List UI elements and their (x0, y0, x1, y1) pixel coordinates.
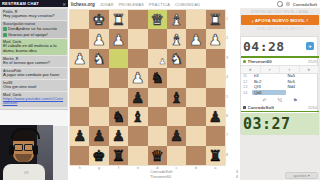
microphone-icon (24, 171, 29, 174)
close-icon[interactable]: ✕ (62, 1, 66, 8)
black-queen[interactable]: ♛ (150, 147, 163, 162)
square-g8[interactable]: ♚ (89, 146, 108, 165)
move[interactable]: Nd4 (286, 84, 320, 89)
square-h3[interactable]: ♟ (70, 49, 89, 68)
game-actions: ↶ ½ ⚑ (241, 96, 319, 103)
player-name[interactable]: ConradoSoft (248, 105, 307, 110)
white-pawn[interactable]: ♟ (189, 31, 202, 46)
square-e1[interactable] (128, 10, 147, 29)
nav-item-play[interactable]: JUGAR (100, 3, 114, 7)
square-b6[interactable] (186, 107, 205, 126)
chat-message-list[interactable]: Pablo_RHoy jugamos muy creativo?Suscripc… (0, 8, 68, 108)
square-g2[interactable]: ♟ (89, 29, 108, 48)
square-g6[interactable] (89, 107, 108, 126)
square-e6[interactable]: ♝ (128, 107, 147, 126)
player-row[interactable]: ConradoSoft 2050 (241, 104, 319, 111)
glasses (14, 144, 33, 149)
square-g5[interactable] (89, 88, 108, 107)
chat-message: leo99Otro gm otro nivel (1, 80, 67, 91)
square-d3[interactable]: ♟ (148, 49, 167, 68)
square-c3[interactable]: ♞ (167, 49, 186, 68)
move[interactable]: Bc2 (252, 79, 286, 84)
chat-text: Otro gm otro nivel (3, 85, 65, 90)
square-c2[interactable]: ♝ (167, 29, 186, 48)
square-a7[interactable] (206, 126, 225, 145)
square-h4[interactable] (70, 68, 89, 87)
square-a1[interactable]: ♜ (206, 10, 225, 29)
square-h5[interactable] (70, 88, 89, 107)
square-h8[interactable] (70, 146, 89, 165)
move[interactable]: h3 (252, 73, 286, 78)
black-pawn[interactable]: ♟ (73, 128, 86, 143)
chat-message: ArturoFideA jugar otro combate por favor (1, 68, 67, 79)
square-b2[interactable]: ♟ (186, 29, 205, 48)
rank-coordinates: 12345678 (226, 10, 232, 165)
square-c7[interactable]: ♟ (167, 126, 186, 145)
black-bishop[interactable]: ♝ (131, 109, 144, 124)
square-d4[interactable]: ♞ (148, 68, 167, 87)
move-selected[interactable]: Qd1 (252, 90, 286, 95)
black-pawn[interactable]: ♟ (131, 89, 144, 104)
move-row: 12 Bc2 Nc6 (241, 79, 319, 85)
square-g7[interactable]: ♟ (89, 126, 108, 145)
square-b7[interactable] (186, 126, 205, 145)
sub-badge-icon (3, 33, 7, 37)
move[interactable]: Na5 (286, 73, 320, 78)
move[interactable]: Qf3 (252, 84, 286, 89)
search-icon[interactable] (277, 1, 283, 7)
nav-item-puzzles[interactable]: PROBLEMAS (119, 3, 144, 7)
square-f5[interactable] (109, 88, 128, 107)
square-e5[interactable]: ♟ (128, 88, 147, 107)
square-h2[interactable] (70, 29, 89, 48)
opponent-clock: 04:28 (243, 39, 285, 54)
stream-screenshot: RESTREAM CHAT ✕ Pablo_RHoy jugamos muy c… (0, 0, 320, 180)
square-c5[interactable]: ♝ (167, 88, 186, 107)
account-topbar: ConradoSoft (240, 0, 320, 8)
nav-prev-button[interactable]: ‹ (261, 66, 281, 73)
chat-text: A jugar otro combate por favor (3, 73, 65, 78)
move-list[interactable]: 11 h3 Na5 12 Bc2 Nc6 13 Qf3 Nd4 14 Qd1 (241, 73, 319, 95)
square-f7[interactable]: ♟ (109, 126, 128, 145)
chess-board[interactable]: ♚♜♛♝♜♟♟♝♟♟♟♞♟♞♟♞♟♝♞♝♟♟♟♟♟♚♜♛♜ (70, 10, 225, 165)
black-pawn[interactable]: ♟ (112, 128, 125, 143)
notifications-icon[interactable] (286, 2, 290, 6)
square-h7[interactable]: ♟ (70, 126, 89, 145)
white-pawn[interactable]: ♟ (73, 50, 86, 65)
black-rook[interactable]: ♜ (209, 147, 222, 162)
black-pawn[interactable]: ♟ (92, 128, 105, 143)
give-more-time-button[interactable]: + (306, 42, 314, 50)
square-d8[interactable]: ♛ (148, 146, 167, 165)
white-bishop[interactable]: ♝ (170, 31, 183, 46)
square-e3[interactable] (128, 49, 147, 68)
white-king[interactable]: ♚ (92, 12, 105, 27)
square-d2[interactable] (148, 29, 167, 48)
promo-text-below: GRACIAS POR EL APOYO (242, 27, 318, 31)
white-rook[interactable]: ♜ (209, 12, 222, 27)
nav-first-button[interactable]: « (241, 66, 261, 73)
nav-next-button[interactable]: › (280, 66, 300, 73)
square-f6[interactable]: ♞ (109, 107, 128, 126)
square-d6[interactable] (148, 107, 167, 126)
black-knight[interactable]: ♞ (112, 109, 125, 124)
online-dot-icon (243, 60, 246, 63)
crosstable-row: Thevenet60 4 (150, 174, 238, 179)
nav-last-button[interactable]: » (300, 66, 320, 73)
player-clock-active: 03:27 (241, 113, 319, 135)
chat-text: En el torneo que comen? (3, 61, 65, 66)
chat-text: Hoy jugamos muy creativo? (3, 14, 65, 19)
black-rook[interactable]: ♜ (112, 147, 125, 162)
square-c8[interactable] (167, 146, 186, 165)
square-d7[interactable] (148, 126, 167, 145)
draw-offer-icon[interactable]: ½ (278, 97, 282, 103)
square-e4[interactable]: ♟ (128, 68, 147, 87)
notes-toggle[interactable]: apuntes ▾ (285, 172, 318, 179)
chat-message: Mod_Carlahttps://www.youtube.com/c/Conra… (1, 92, 67, 108)
chat-message: Martin_REn el torneo que comen? (1, 56, 67, 67)
logged-in-username[interactable]: ConradoSoft (293, 2, 317, 7)
resign-flag-icon[interactable]: ⚑ (293, 97, 297, 103)
square-f1[interactable]: ♜ (109, 10, 128, 29)
square-b8[interactable] (186, 146, 205, 165)
nav-item-community[interactable]: COMUNIDAD (175, 3, 200, 7)
promo-banner[interactable]: ¡ APOYA NUEVO MOVIL ! (241, 15, 319, 25)
square-b1[interactable] (186, 10, 205, 29)
white-rook[interactable]: ♜ (112, 12, 125, 27)
move-row: 13 Qf3 Nd4 (241, 84, 319, 90)
chat-header[interactable]: RESTREAM CHAT ✕ (0, 0, 68, 7)
black-king[interactable]: ♚ (92, 147, 105, 162)
square-c6[interactable] (167, 107, 186, 126)
square-f4[interactable] (109, 68, 128, 87)
square-h1[interactable] (70, 10, 89, 29)
square-d1[interactable]: ♛ (148, 10, 167, 29)
drag-cursor-icon: ♟ (159, 57, 166, 66)
white-queen[interactable]: ♛ (150, 12, 163, 27)
square-e2[interactable] (128, 29, 147, 48)
chat-link[interactable]: https://www.youtube.com/c/ConradoSoft (3, 97, 65, 107)
opponent-row[interactable]: Thevenet60 2525 (241, 58, 319, 65)
white-bishop[interactable]: ♝ (170, 12, 183, 27)
chat-message: Mod_CarlaEl caballo en d4 molesta a la d… (1, 39, 67, 55)
square-g3[interactable]: ♞ (89, 49, 108, 68)
move-row: 11 h3 Na5 (241, 73, 319, 79)
square-f8[interactable]: ♜ (109, 146, 128, 165)
nav-item-practice[interactable]: PRÁCTICA (149, 3, 170, 7)
headphones-band (11, 128, 40, 139)
player-flair-icon (243, 106, 246, 109)
white-pawn[interactable]: ♟ (131, 70, 144, 85)
square-f3[interactable] (109, 49, 128, 68)
square-b4[interactable] (186, 68, 205, 87)
square-c4[interactable] (167, 68, 186, 87)
white-pawn[interactable]: ♟ (209, 31, 222, 46)
sub-badge-icon (3, 27, 7, 31)
white-knight[interactable]: ♞ (170, 50, 183, 65)
player-rating: 2050 (308, 105, 317, 110)
square-g1[interactable]: ♚ (89, 10, 108, 29)
black-pawn[interactable]: ♟ (209, 109, 222, 124)
site-logo[interactable]: lichess.org (71, 2, 95, 7)
square-a4[interactable] (206, 68, 225, 87)
square-b5[interactable] (186, 88, 205, 107)
square-e7[interactable] (128, 126, 147, 145)
black-pawn[interactable]: ♟ (170, 128, 183, 143)
game-side-card: 04:28 + Thevenet60 2525 « ‹ › » 11 h3 Na… (240, 36, 318, 134)
square-c1[interactable]: ♝ (167, 10, 186, 29)
move-row: 14 Qd1 (241, 90, 319, 96)
square-h6[interactable] (70, 107, 89, 126)
promo-text-above: SORTEO ACTIVO EN EL CANAL (242, 10, 318, 14)
chat-message: Suscripción nuevaDonAjedrez se ha suscri… (1, 21, 67, 39)
site-navbar: lichess.org JUGAR PROBLEMAS PRÁCTICA COM… (68, 0, 243, 9)
chat-header-title: RESTREAM CHAT (2, 1, 39, 6)
square-a5[interactable] (206, 88, 225, 107)
webcam (0, 125, 53, 180)
square-g4[interactable] (89, 68, 108, 87)
square-a3[interactable] (206, 49, 225, 68)
opponent-rating: 2525 (308, 59, 317, 64)
square-a2[interactable]: ♟ (206, 29, 225, 48)
square-a6[interactable]: ♟ (206, 107, 225, 126)
square-b3[interactable] (186, 49, 205, 68)
black-knight[interactable]: ♞ (150, 70, 163, 85)
square-a8[interactable]: ♜ (206, 146, 225, 165)
white-pawn[interactable]: ♟ (92, 31, 105, 46)
takeback-icon[interactable]: ↶ (263, 97, 267, 103)
headphone-right-cup (33, 145, 38, 155)
chat-input[interactable] (0, 109, 68, 126)
crosstable: ConradoSoft 3 Thevenet60 4 (150, 169, 238, 179)
square-f2[interactable]: ♟ (109, 29, 128, 48)
move[interactable]: Nc6 (286, 79, 320, 84)
square-e8[interactable] (128, 146, 147, 165)
white-knight[interactable]: ♞ (92, 50, 105, 65)
square-d5[interactable] (148, 88, 167, 107)
chat-text: El caballo en d4 molesta a la dama, buen… (3, 44, 65, 54)
opponent-name[interactable]: Thevenet60 (248, 59, 307, 64)
black-bishop[interactable]: ♝ (170, 89, 183, 104)
white-pawn[interactable]: ♟ (112, 31, 125, 46)
side-panel: ConradoSoft SORTEO ACTIVO EN EL CANAL ¡ … (240, 0, 320, 180)
chat-message: Pablo_RHoy jugamos muy creativo? (1, 9, 67, 20)
